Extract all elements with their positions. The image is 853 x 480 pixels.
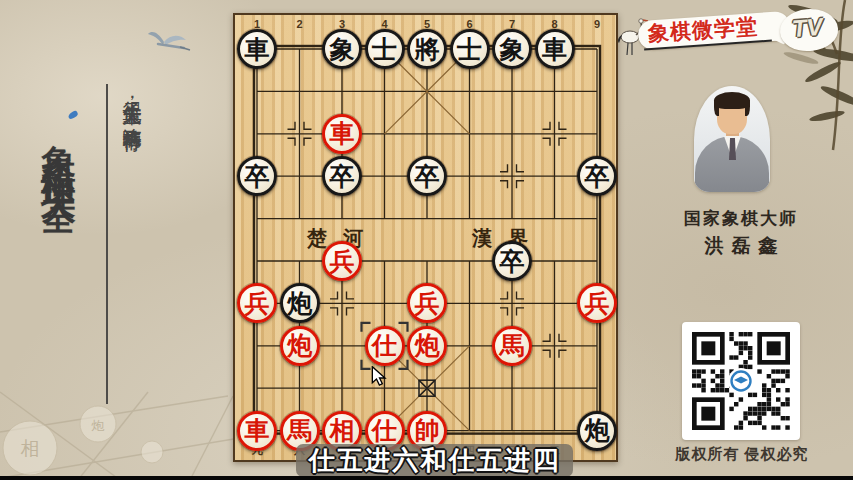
svg-text:炮: 炮 (91, 418, 105, 433)
piece-black-卒[interactable]: 卒 (322, 156, 362, 196)
series-title: 象棋棋理大全 (36, 118, 82, 184)
logo-tv-text: TV (791, 13, 824, 44)
piece-red-炮[interactable]: 炮 (407, 326, 447, 366)
presenter-photo (694, 86, 770, 192)
piece-black-士[interactable]: 士 (365, 29, 405, 69)
qr-code (682, 322, 800, 440)
piece-red-兵[interactable]: 兵 (322, 241, 362, 281)
channel-logo: 象棋微学堂 TV (612, 5, 847, 60)
portrait-hair-right (745, 100, 750, 116)
piece-red-車[interactable]: 車 (322, 114, 362, 154)
piece-black-象[interactable]: 象 (492, 29, 532, 69)
letterbox-bar (0, 476, 853, 480)
file-label-top: 9 (586, 18, 608, 30)
piece-black-象[interactable]: 象 (322, 29, 362, 69)
piece-red-車[interactable]: 車 (237, 411, 277, 451)
episode-question: 得子失先非上策，连吃俩马行不行？ (119, 86, 145, 406)
file-label-top: 2 (289, 18, 311, 30)
piece-black-士[interactable]: 士 (450, 29, 490, 69)
piece-black-卒[interactable]: 卒 (577, 156, 617, 196)
board-grid (235, 15, 620, 464)
subtitle-text: 仕五进六和仕五进四 (309, 443, 561, 478)
presenter-name: 洪磊鑫 (650, 233, 832, 259)
piece-black-將[interactable]: 將 (407, 29, 447, 69)
copyright-notice: 版权所有 侵权必究 (660, 445, 824, 464)
piece-black-卒[interactable]: 卒 (492, 241, 532, 281)
xiangqi-board[interactable]: 123456789 九八七六五四三二一 楚河 漢界 車象士將士象車車卒卒卒卒兵卒… (233, 13, 618, 462)
video-frame: 相 炮 (0, 0, 853, 480)
piece-black-炮[interactable]: 炮 (280, 283, 320, 323)
portrait-hair-left (714, 100, 719, 116)
piece-red-馬[interactable]: 馬 (492, 326, 532, 366)
piece-red-仕[interactable]: 仕 (365, 326, 405, 366)
mouse-cursor-icon (371, 366, 387, 386)
piece-black-車[interactable]: 車 (535, 29, 575, 69)
subtitle-bar: 仕五进六和仕五进四 (296, 444, 573, 477)
presenter-title: 国家象棋大师 (650, 207, 832, 230)
piece-black-卒[interactable]: 卒 (237, 156, 277, 196)
piece-black-車[interactable]: 車 (237, 29, 277, 69)
svg-text:相: 相 (21, 438, 40, 459)
portrait-tie (729, 138, 736, 160)
vertical-divider (106, 84, 108, 404)
piece-black-炮[interactable]: 炮 (577, 411, 617, 451)
flying-crane-decoration (148, 32, 190, 50)
piece-red-炮[interactable]: 炮 (280, 326, 320, 366)
piece-black-卒[interactable]: 卒 (407, 156, 447, 196)
